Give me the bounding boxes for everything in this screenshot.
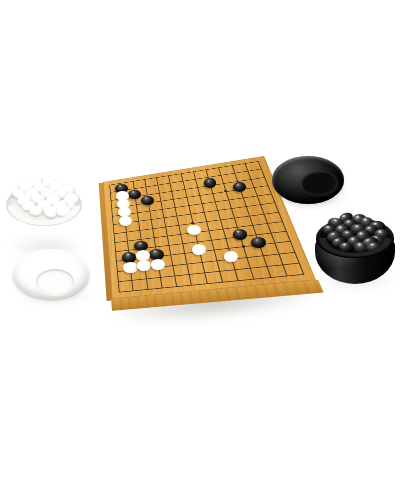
white-bowl-lid (12, 249, 90, 301)
go-set-product-photo (0, 0, 400, 480)
black-bowl-lid (272, 156, 344, 204)
black-lid-ridge (301, 171, 338, 196)
white-lid-ridge (36, 269, 74, 295)
